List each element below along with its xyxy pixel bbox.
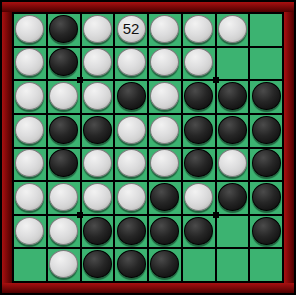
cell-b5[interactable] (48, 149, 80, 181)
cell-e3[interactable] (149, 81, 181, 113)
cell-f6[interactable] (183, 182, 215, 214)
cell-d4[interactable] (115, 115, 147, 147)
black-disc-d7 (117, 217, 146, 245)
cell-d2[interactable] (115, 48, 147, 80)
cell-a8[interactable] (14, 249, 46, 281)
star-point-dot-3 (77, 212, 83, 218)
cell-a5[interactable] (14, 149, 46, 181)
board-frame-right (284, 12, 294, 283)
white-disc-d4 (117, 116, 146, 144)
black-disc-h4 (252, 116, 281, 144)
black-disc-f7 (184, 217, 213, 245)
black-disc-h6 (252, 183, 281, 211)
black-disc-f3 (184, 82, 213, 110)
cell-d6[interactable] (115, 182, 147, 214)
white-disc-a1 (15, 15, 44, 43)
white-disc-d5 (117, 149, 146, 177)
white-disc-a2 (15, 48, 44, 76)
black-disc-g4 (218, 116, 247, 144)
white-disc-c5 (83, 149, 112, 177)
black-disc-b2 (49, 48, 78, 76)
black-disc-g6 (218, 183, 247, 211)
cell-e7[interactable] (149, 216, 181, 248)
cell-a6[interactable] (14, 182, 46, 214)
black-disc-h5 (252, 149, 281, 177)
cell-h2[interactable] (250, 48, 282, 80)
star-point-dot-4 (213, 212, 219, 218)
white-disc-e5 (150, 149, 179, 177)
white-disc-a4 (15, 116, 44, 144)
white-disc-a5 (15, 149, 44, 177)
cell-g5[interactable] (217, 149, 249, 181)
cell-e5[interactable] (149, 149, 181, 181)
black-disc-b1 (49, 15, 78, 43)
black-disc-e8 (150, 250, 179, 278)
cell-c6[interactable] (82, 182, 114, 214)
cell-a4[interactable] (14, 115, 46, 147)
cell-h4[interactable] (250, 115, 282, 147)
cell-a2[interactable] (14, 48, 46, 80)
board-frame-top (2, 2, 294, 12)
black-disc-c4 (83, 116, 112, 144)
cell-g6[interactable] (217, 182, 249, 214)
othello-game-window: 52 (0, 0, 296, 295)
cell-c5[interactable] (82, 149, 114, 181)
cell-b3[interactable] (48, 81, 80, 113)
cell-g2[interactable] (217, 48, 249, 80)
cell-h8[interactable] (250, 249, 282, 281)
white-disc-e3 (150, 82, 179, 110)
cell-g3[interactable] (217, 81, 249, 113)
white-disc-b3 (49, 82, 78, 110)
cell-f4[interactable] (183, 115, 215, 147)
cell-g4[interactable] (217, 115, 249, 147)
white-disc-b7 (49, 217, 78, 245)
cell-g8[interactable] (217, 249, 249, 281)
black-disc-c7 (83, 217, 112, 245)
cell-h5[interactable] (250, 149, 282, 181)
cell-c7[interactable] (82, 216, 114, 248)
cell-b4[interactable] (48, 115, 80, 147)
white-disc-e1 (150, 15, 179, 43)
cell-f1[interactable] (183, 14, 215, 46)
white-disc-a7 (15, 217, 44, 245)
cell-b7[interactable] (48, 216, 80, 248)
cell-a1[interactable] (14, 14, 46, 46)
star-point-dot-1 (77, 77, 83, 83)
black-disc-e6 (150, 183, 179, 211)
cell-h3[interactable] (250, 81, 282, 113)
cell-e4[interactable] (149, 115, 181, 147)
board-frame-left (2, 12, 12, 283)
white-disc-a3 (15, 82, 44, 110)
cell-e2[interactable] (149, 48, 181, 80)
cell-d7[interactable] (115, 216, 147, 248)
black-disc-e7 (150, 217, 179, 245)
black-disc-b5 (49, 149, 78, 177)
cell-a7[interactable] (14, 216, 46, 248)
cell-b6[interactable] (48, 182, 80, 214)
cell-d5[interactable] (115, 149, 147, 181)
cell-g1[interactable] (217, 14, 249, 46)
white-disc-f6 (184, 183, 213, 211)
white-disc-b6 (49, 183, 78, 211)
cell-c8[interactable] (82, 249, 114, 281)
cell-e6[interactable] (149, 182, 181, 214)
black-disc-f5 (184, 149, 213, 177)
cell-h1[interactable] (250, 14, 282, 46)
cell-f2[interactable] (183, 48, 215, 80)
cell-g7[interactable] (217, 216, 249, 248)
board-frame-bottom (2, 283, 294, 293)
white-disc-d2 (117, 48, 146, 76)
cell-f8[interactable] (183, 249, 215, 281)
cell-b2[interactable] (48, 48, 80, 80)
cell-h7[interactable] (250, 216, 282, 248)
black-disc-f4 (184, 116, 213, 144)
cell-d3[interactable] (115, 81, 147, 113)
white-disc-g1 (218, 15, 247, 43)
white-disc-d6 (117, 183, 146, 211)
white-disc-c2 (83, 48, 112, 76)
black-disc-d8 (117, 250, 146, 278)
white-disc-d1: 52 (117, 15, 146, 43)
star-point-dot-2 (213, 77, 219, 83)
cell-d1[interactable]: 52 (115, 14, 147, 46)
cell-f7[interactable] (183, 216, 215, 248)
cell-a3[interactable] (14, 81, 46, 113)
cell-f5[interactable] (183, 149, 215, 181)
white-disc-c6 (83, 183, 112, 211)
black-disc-d3 (117, 82, 146, 110)
white-disc-b8 (49, 250, 78, 278)
black-disc-h3 (252, 82, 281, 110)
white-disc-c3 (83, 82, 112, 110)
cell-c4[interactable] (82, 115, 114, 147)
cell-h6[interactable] (250, 182, 282, 214)
cell-c2[interactable] (82, 48, 114, 80)
white-disc-f1 (184, 15, 213, 43)
cell-b8[interactable] (48, 249, 80, 281)
black-disc-b4 (49, 116, 78, 144)
white-disc-c1 (83, 15, 112, 43)
cell-b1[interactable] (48, 14, 80, 46)
cell-e8[interactable] (149, 249, 181, 281)
cell-e1[interactable] (149, 14, 181, 46)
black-disc-g3 (218, 82, 247, 110)
cell-c1[interactable] (82, 14, 114, 46)
white-disc-a6 (15, 183, 44, 211)
white-disc-e4 (150, 116, 179, 144)
white-disc-f2 (184, 48, 213, 76)
black-disc-c8 (83, 250, 112, 278)
othello-board: 52 (12, 12, 284, 283)
cell-d8[interactable] (115, 249, 147, 281)
white-disc-g5 (218, 149, 247, 177)
cell-f3[interactable] (183, 81, 215, 113)
white-disc-e2 (150, 48, 179, 76)
cell-c3[interactable] (82, 81, 114, 113)
last-move-number: 52 (123, 21, 140, 36)
black-disc-h7 (252, 217, 281, 245)
